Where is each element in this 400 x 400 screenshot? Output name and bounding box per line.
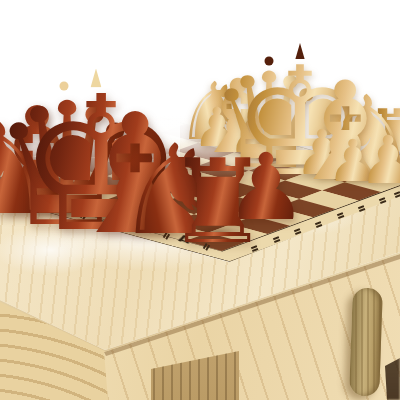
piece-dark-rook: ♜ [166, 144, 270, 260]
dark-queen-finial [60, 82, 69, 91]
drawer-handle [349, 288, 383, 397]
piece-light-pawn: ♟ [358, 128, 400, 194]
chess-table-photo: FEDCBA ♜♞♟♝♟♛♚♟♝♞♟♟♞♝♛♚♝♞♜♟ [0, 0, 400, 400]
light-queen-finial [265, 57, 274, 66]
